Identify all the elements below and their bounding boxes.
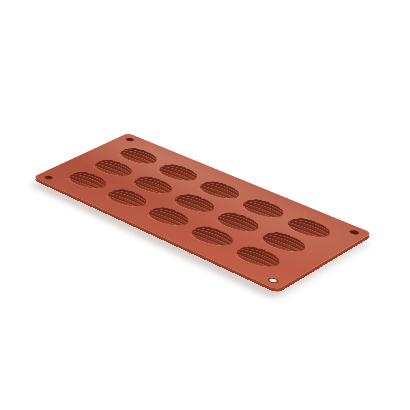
- product-photo: [0, 0, 410, 410]
